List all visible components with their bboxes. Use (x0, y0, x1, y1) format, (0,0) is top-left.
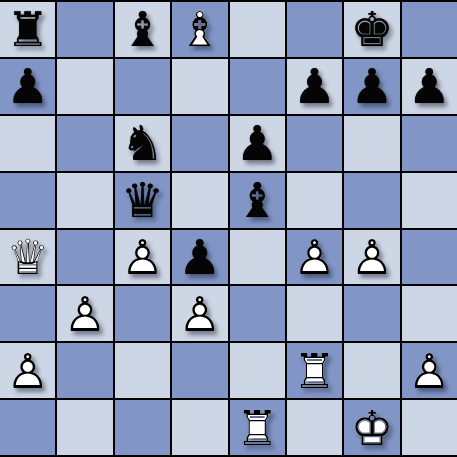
square-d2[interactable] (172, 343, 227, 398)
white-piece-outline: ♗ (172, 2, 227, 57)
square-a7[interactable]: ♟ (0, 59, 55, 114)
piece-black-pawn: ♟ (287, 59, 342, 114)
piece-white-bishop: ♝♗ (172, 2, 227, 57)
square-b1[interactable] (57, 400, 112, 455)
square-f4[interactable]: ♟♙ (287, 230, 342, 285)
white-piece-outline: ♙ (172, 286, 227, 341)
black-piece-body: ♚ (344, 2, 399, 57)
piece-black-pawn: ♟ (172, 230, 227, 285)
square-c4[interactable]: ♟♙ (115, 230, 170, 285)
piece-white-rook: ♜♖ (230, 400, 285, 455)
piece-white-pawn: ♟♙ (115, 230, 170, 285)
white-piece-outline: ♙ (287, 230, 342, 285)
square-c8[interactable]: ♝ (115, 2, 170, 57)
square-c2[interactable] (115, 343, 170, 398)
square-g4[interactable]: ♟♙ (344, 230, 399, 285)
square-g3[interactable] (344, 286, 399, 341)
black-piece-body: ♛ (115, 173, 170, 228)
white-piece-outline: ♔ (344, 400, 399, 455)
square-e3[interactable] (230, 286, 285, 341)
black-piece-body: ♜ (0, 2, 55, 57)
black-piece-body: ♝ (230, 173, 285, 228)
square-g5[interactable] (344, 173, 399, 228)
chess-board-frame: ♜♝♝♗♚♟♟♟♟♞♟♛♝♛♕♟♙♟♟♙♟♙♟♙♟♙♟♙♜♖♟♙♜♖♚♔ (0, 0, 457, 457)
square-b3[interactable]: ♟♙ (57, 286, 112, 341)
square-c7[interactable] (115, 59, 170, 114)
piece-white-queen: ♛♕ (0, 230, 55, 285)
square-h3[interactable] (402, 286, 457, 341)
piece-black-rook: ♜ (0, 2, 55, 57)
square-e6[interactable]: ♟ (230, 116, 285, 171)
square-h1[interactable] (402, 400, 457, 455)
black-piece-body: ♟ (230, 116, 285, 171)
square-f3[interactable] (287, 286, 342, 341)
white-piece-outline: ♙ (402, 343, 457, 398)
piece-white-pawn: ♟♙ (0, 343, 55, 398)
black-piece-body: ♟ (344, 59, 399, 114)
square-h2[interactable]: ♟♙ (402, 343, 457, 398)
square-b5[interactable] (57, 173, 112, 228)
square-h6[interactable] (402, 116, 457, 171)
square-g1[interactable]: ♚♔ (344, 400, 399, 455)
white-piece-outline: ♖ (230, 400, 285, 455)
piece-white-pawn: ♟♙ (172, 286, 227, 341)
square-d4[interactable]: ♟ (172, 230, 227, 285)
piece-white-pawn: ♟♙ (287, 230, 342, 285)
square-c1[interactable] (115, 400, 170, 455)
piece-white-rook: ♜♖ (287, 343, 342, 398)
square-a1[interactable] (0, 400, 55, 455)
square-h8[interactable] (402, 2, 457, 57)
square-f7[interactable]: ♟ (287, 59, 342, 114)
white-piece-outline: ♙ (115, 230, 170, 285)
square-g6[interactable] (344, 116, 399, 171)
white-piece-outline: ♖ (287, 343, 342, 398)
square-e2[interactable] (230, 343, 285, 398)
square-d1[interactable] (172, 400, 227, 455)
square-d3[interactable]: ♟♙ (172, 286, 227, 341)
piece-black-pawn: ♟ (402, 59, 457, 114)
black-piece-body: ♝ (115, 2, 170, 57)
white-piece-outline: ♕ (0, 230, 55, 285)
square-e7[interactable] (230, 59, 285, 114)
square-b2[interactable] (57, 343, 112, 398)
square-b8[interactable] (57, 2, 112, 57)
chess-board: ♜♝♝♗♚♟♟♟♟♞♟♛♝♛♕♟♙♟♟♙♟♙♟♙♟♙♟♙♜♖♟♙♜♖♚♔ (0, 2, 457, 455)
square-e8[interactable] (230, 2, 285, 57)
piece-black-pawn: ♟ (344, 59, 399, 114)
square-h5[interactable] (402, 173, 457, 228)
black-piece-body: ♞ (115, 116, 170, 171)
square-h7[interactable]: ♟ (402, 59, 457, 114)
square-g2[interactable] (344, 343, 399, 398)
square-f6[interactable] (287, 116, 342, 171)
square-d5[interactable] (172, 173, 227, 228)
square-a6[interactable] (0, 116, 55, 171)
square-f1[interactable] (287, 400, 342, 455)
black-piece-body: ♟ (172, 230, 227, 285)
piece-black-pawn: ♟ (0, 59, 55, 114)
square-a2[interactable]: ♟♙ (0, 343, 55, 398)
black-piece-body: ♟ (402, 59, 457, 114)
square-e1[interactable]: ♜♖ (230, 400, 285, 455)
square-a5[interactable] (0, 173, 55, 228)
black-piece-body: ♟ (0, 59, 55, 114)
white-piece-outline: ♙ (57, 286, 112, 341)
square-d8[interactable]: ♝♗ (172, 2, 227, 57)
square-c3[interactable] (115, 286, 170, 341)
square-g7[interactable]: ♟ (344, 59, 399, 114)
white-piece-outline: ♙ (0, 343, 55, 398)
piece-black-bishop: ♝ (230, 173, 285, 228)
square-g8[interactable]: ♚ (344, 2, 399, 57)
square-a8[interactable]: ♜ (0, 2, 55, 57)
square-d6[interactable] (172, 116, 227, 171)
square-f5[interactable] (287, 173, 342, 228)
piece-black-pawn: ♟ (230, 116, 285, 171)
square-h4[interactable] (402, 230, 457, 285)
piece-black-queen: ♛ (115, 173, 170, 228)
piece-black-bishop: ♝ (115, 2, 170, 57)
white-piece-outline: ♙ (344, 230, 399, 285)
square-c5[interactable]: ♛ (115, 173, 170, 228)
square-e5[interactable]: ♝ (230, 173, 285, 228)
piece-white-king: ♚♔ (344, 400, 399, 455)
piece-black-king: ♚ (344, 2, 399, 57)
square-c6[interactable]: ♞ (115, 116, 170, 171)
square-a3[interactable] (0, 286, 55, 341)
piece-white-pawn: ♟♙ (57, 286, 112, 341)
black-piece-body: ♟ (287, 59, 342, 114)
square-a4[interactable]: ♛♕ (0, 230, 55, 285)
square-d7[interactable] (172, 59, 227, 114)
square-b6[interactable] (57, 116, 112, 171)
square-e4[interactable] (230, 230, 285, 285)
square-f2[interactable]: ♜♖ (287, 343, 342, 398)
piece-white-pawn: ♟♙ (344, 230, 399, 285)
square-f8[interactable] (287, 2, 342, 57)
square-b4[interactable] (57, 230, 112, 285)
piece-black-knight: ♞ (115, 116, 170, 171)
piece-white-pawn: ♟♙ (402, 343, 457, 398)
square-b7[interactable] (57, 59, 112, 114)
